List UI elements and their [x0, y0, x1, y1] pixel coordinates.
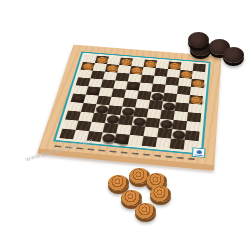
loose-dark-piece: [223, 47, 244, 63]
dark-piece: [115, 134, 130, 144]
product-photo: www.bec-et-croc.com: [0, 0, 250, 250]
loose-dark-piece: [188, 32, 209, 48]
logo-text-line: [194, 154, 203, 156]
square: [170, 139, 185, 150]
square: [156, 137, 171, 148]
logo-sticker: [192, 147, 206, 157]
board-grid: [59, 55, 205, 151]
loose-light-piece: [108, 175, 129, 191]
logo-icon: [196, 150, 202, 154]
loose-light-piece: [150, 186, 171, 202]
loose-light-piece: [135, 203, 156, 219]
